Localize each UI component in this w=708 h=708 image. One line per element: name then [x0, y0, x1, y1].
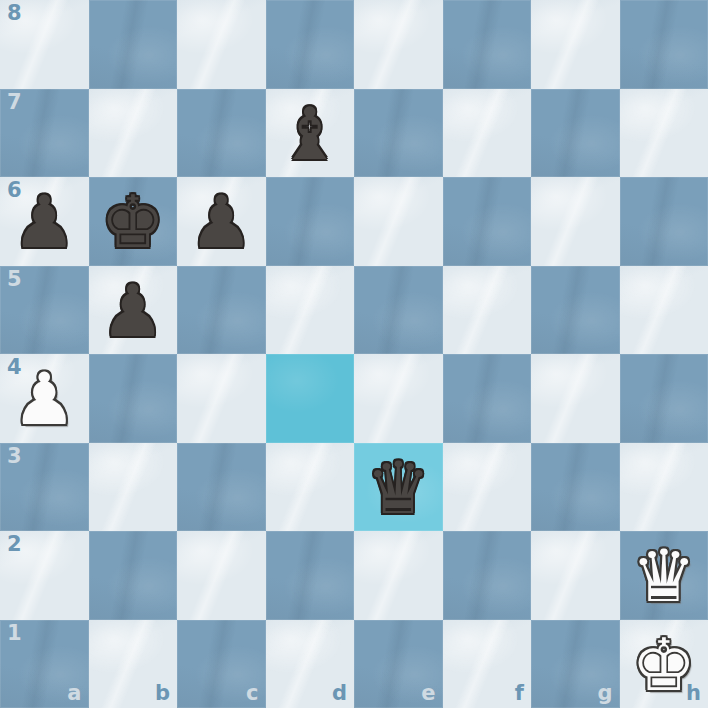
square-g4[interactable] — [531, 354, 620, 443]
square-g1[interactable]: g — [531, 620, 620, 708]
file-label-e: e — [421, 683, 435, 704]
square-h7[interactable] — [620, 89, 708, 178]
square-f5[interactable] — [443, 266, 532, 355]
black-king[interactable]: ♚ — [100, 186, 165, 258]
square-g6[interactable] — [531, 177, 620, 266]
square-b1[interactable]: b — [89, 620, 178, 708]
square-c8[interactable] — [177, 0, 266, 89]
square-f6[interactable] — [443, 177, 532, 266]
square-h2[interactable]: ♛ — [620, 531, 708, 620]
square-a2[interactable]: 2 — [0, 531, 89, 620]
file-label-b: b — [155, 683, 170, 704]
square-h5[interactable] — [620, 266, 708, 355]
rank-label-3: 3 — [7, 446, 22, 467]
square-e1[interactable]: e — [354, 620, 443, 708]
square-g7[interactable] — [531, 89, 620, 178]
square-e6[interactable] — [354, 177, 443, 266]
white-king[interactable]: ♚ — [631, 629, 696, 701]
square-e7[interactable] — [354, 89, 443, 178]
square-e4[interactable] — [354, 354, 443, 443]
white-queen[interactable]: ♛ — [631, 540, 696, 612]
square-f7[interactable] — [443, 89, 532, 178]
file-label-d: d — [332, 683, 347, 704]
square-b3[interactable] — [89, 443, 178, 532]
file-label-f: f — [515, 683, 524, 704]
square-c7[interactable] — [177, 89, 266, 178]
square-d4[interactable] — [266, 354, 355, 443]
square-a8[interactable]: 8 — [0, 0, 89, 89]
square-h8[interactable] — [620, 0, 708, 89]
square-a4[interactable]: 4♟ — [0, 354, 89, 443]
black-bishop[interactable]: ♝ — [277, 98, 342, 170]
rank-label-8: 8 — [7, 3, 22, 24]
square-e5[interactable] — [354, 266, 443, 355]
black-pawn[interactable]: ♟ — [100, 275, 165, 347]
square-c2[interactable] — [177, 531, 266, 620]
square-h4[interactable] — [620, 354, 708, 443]
square-f2[interactable] — [443, 531, 532, 620]
square-f4[interactable] — [443, 354, 532, 443]
square-c3[interactable] — [177, 443, 266, 532]
square-a5[interactable]: 5 — [0, 266, 89, 355]
square-e3[interactable]: ♛ — [354, 443, 443, 532]
square-e8[interactable] — [354, 0, 443, 89]
square-c4[interactable] — [177, 354, 266, 443]
square-a1[interactable]: 1a — [0, 620, 89, 708]
square-a3[interactable]: 3 — [0, 443, 89, 532]
chess-board: 87♝6♟♚♟5♟4♟3♛2♛1abcdefgh♚ — [0, 0, 708, 708]
square-d1[interactable]: d — [266, 620, 355, 708]
file-label-a: a — [67, 683, 81, 704]
rank-label-7: 7 — [7, 92, 22, 113]
black-queen[interactable]: ♛ — [366, 452, 431, 524]
black-pawn[interactable]: ♟ — [189, 186, 254, 258]
square-d2[interactable] — [266, 531, 355, 620]
square-b4[interactable] — [89, 354, 178, 443]
square-f1[interactable]: f — [443, 620, 532, 708]
square-b2[interactable] — [89, 531, 178, 620]
square-b6[interactable]: ♚ — [89, 177, 178, 266]
square-a7[interactable]: 7 — [0, 89, 89, 178]
square-g3[interactable] — [531, 443, 620, 532]
rank-label-5: 5 — [7, 269, 22, 290]
square-h1[interactable]: h♚ — [620, 620, 708, 708]
rank-label-2: 2 — [7, 534, 22, 555]
square-g5[interactable] — [531, 266, 620, 355]
file-label-c: c — [246, 683, 258, 704]
square-f8[interactable] — [443, 0, 532, 89]
square-a6[interactable]: 6♟ — [0, 177, 89, 266]
square-d7[interactable]: ♝ — [266, 89, 355, 178]
square-b8[interactable] — [89, 0, 178, 89]
square-c6[interactable]: ♟ — [177, 177, 266, 266]
square-c5[interactable] — [177, 266, 266, 355]
square-b5[interactable]: ♟ — [89, 266, 178, 355]
square-g2[interactable] — [531, 531, 620, 620]
black-pawn[interactable]: ♟ — [12, 186, 77, 258]
square-d3[interactable] — [266, 443, 355, 532]
white-pawn[interactable]: ♟ — [12, 363, 77, 435]
square-g8[interactable] — [531, 0, 620, 89]
square-e2[interactable] — [354, 531, 443, 620]
rank-label-1: 1 — [7, 623, 22, 644]
square-b7[interactable] — [89, 89, 178, 178]
file-label-g: g — [597, 683, 612, 704]
square-h6[interactable] — [620, 177, 708, 266]
square-d6[interactable] — [266, 177, 355, 266]
square-d8[interactable] — [266, 0, 355, 89]
square-h3[interactable] — [620, 443, 708, 532]
square-c1[interactable]: c — [177, 620, 266, 708]
square-f3[interactable] — [443, 443, 532, 532]
square-d5[interactable] — [266, 266, 355, 355]
